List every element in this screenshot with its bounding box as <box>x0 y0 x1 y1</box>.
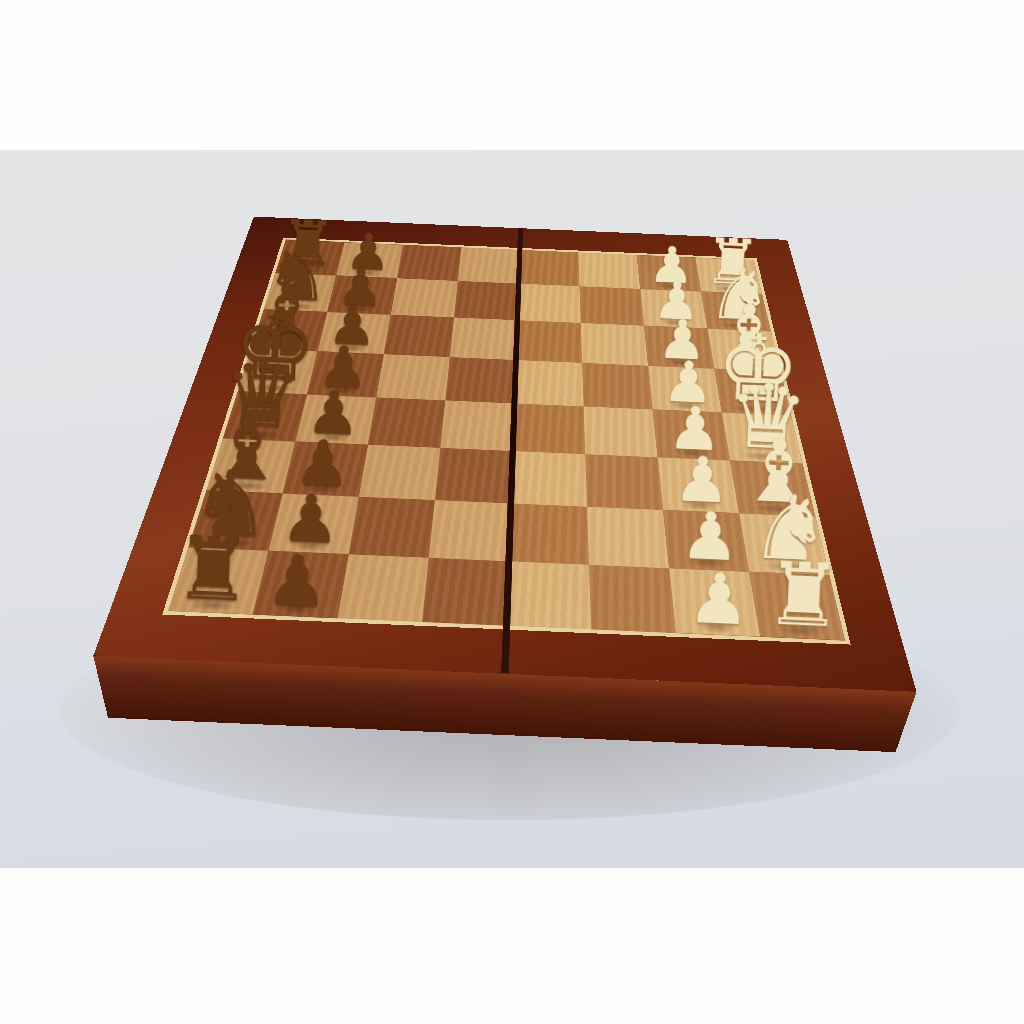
piece-black-bishop-c8[interactable]: ♝ <box>207 406 288 491</box>
square-f2[interactable]: ♟ <box>644 326 714 369</box>
piece-shadow <box>656 282 684 290</box>
square-a4[interactable] <box>507 561 592 629</box>
square-c2[interactable]: ♟ <box>658 457 740 513</box>
piece-white-pawn-e2[interactable]: ♟ <box>662 354 715 410</box>
square-c6[interactable] <box>359 445 441 500</box>
square-f4[interactable] <box>516 320 582 363</box>
piece-shadow <box>690 557 727 570</box>
piece-shadow <box>276 302 317 310</box>
square-g7[interactable]: ♟ <box>327 276 397 315</box>
square-a8[interactable]: ♜ <box>168 547 268 614</box>
square-f3[interactable] <box>581 323 648 366</box>
piece-shadow <box>304 483 340 494</box>
square-b1[interactable]: ♞ <box>739 513 829 575</box>
square-h5[interactable] <box>458 247 520 283</box>
square-e1[interactable]: ♚ <box>714 369 791 416</box>
piece-white-knight-g1[interactable]: ♞ <box>707 260 773 330</box>
piece-black-king-e8[interactable]: ♚ <box>232 301 319 393</box>
piece-shadow <box>264 341 307 350</box>
piece-white-pawn-c2[interactable]: ♟ <box>673 449 731 510</box>
square-a3[interactable] <box>589 565 676 633</box>
piece-shadow <box>661 319 690 327</box>
piece-shadow <box>204 536 256 549</box>
square-h6[interactable] <box>397 245 461 281</box>
square-d2[interactable]: ♟ <box>653 409 730 460</box>
piece-shadow <box>762 560 813 573</box>
square-b4[interactable] <box>509 503 589 564</box>
square-g2[interactable]: ♟ <box>640 289 707 329</box>
square-d5[interactable] <box>440 400 514 451</box>
square-h4[interactable] <box>519 250 580 286</box>
piece-shadow <box>671 401 703 411</box>
piece-white-pawn-h2[interactable]: ♟ <box>648 240 695 289</box>
piece-black-queen-d8[interactable]: ♛ <box>220 352 303 440</box>
square-d8[interactable]: ♛ <box>223 391 307 441</box>
piece-white-pawn-b2[interactable]: ♟ <box>679 504 740 569</box>
square-e2[interactable]: ♟ <box>648 366 722 413</box>
piece-shadow <box>235 429 286 440</box>
piece-shadow <box>316 432 350 442</box>
piece-white-pawn-d2[interactable]: ♟ <box>667 399 722 457</box>
piece-shadow <box>713 285 748 293</box>
piece-shadow <box>665 358 696 367</box>
chess-box: ♜♟♟♜♞♟♟♞♝♟♟♝♚♟♟♚♛♟♟♛♝♟♟♝♞♟♟♞♜♟♟♜ <box>93 217 916 692</box>
piece-black-pawn-c7[interactable]: ♟ <box>293 432 351 493</box>
square-d1[interactable]: ♛ <box>722 412 803 463</box>
piece-white-bishop-f1[interactable]: ♝ <box>713 295 783 369</box>
piece-shadow <box>676 448 710 458</box>
square-h2[interactable]: ♟ <box>637 255 701 292</box>
square-a7[interactable]: ♟ <box>253 551 349 618</box>
square-h3[interactable] <box>578 252 640 289</box>
square-e7[interactable]: ♟ <box>307 351 384 397</box>
piece-shadow <box>697 620 737 634</box>
piece-black-pawn-f7[interactable]: ♟ <box>327 299 378 352</box>
square-g4[interactable] <box>517 284 580 323</box>
square-d6[interactable] <box>368 397 445 447</box>
square-c4[interactable] <box>511 451 587 507</box>
square-g1[interactable]: ♞ <box>701 292 771 332</box>
piece-shadow <box>776 624 826 638</box>
square-g8[interactable]: ♞ <box>264 273 336 312</box>
piece-black-rook-a8[interactable]: ♜ <box>173 526 254 611</box>
board-sheen <box>168 239 845 640</box>
square-e3[interactable] <box>582 363 653 410</box>
camera-tilt: ♜♟♟♜♞♟♟♞♝♟♟♝♚♟♟♚♛♟♟♛♝♟♟♝♞♟♟♞♜♟♟♜ <box>0 0 1024 1024</box>
square-b3[interactable] <box>587 507 669 569</box>
piece-shadow <box>187 598 238 612</box>
piece-white-pawn-a2[interactable]: ♟ <box>687 565 752 633</box>
square-b6[interactable] <box>349 497 435 558</box>
square-f5[interactable] <box>450 317 518 360</box>
piece-shadow <box>353 269 382 276</box>
square-f8[interactable]: ♝ <box>251 309 327 351</box>
piece-black-pawn-d7[interactable]: ♟ <box>306 384 361 442</box>
square-h7[interactable]: ♟ <box>336 242 403 278</box>
square-f1[interactable]: ♝ <box>707 328 780 371</box>
piece-shadow <box>277 602 317 616</box>
square-d7[interactable]: ♟ <box>295 394 376 444</box>
piece-white-bishop-c1[interactable]: ♝ <box>738 429 819 514</box>
square-a6[interactable] <box>337 554 428 622</box>
piece-shadow <box>345 305 375 313</box>
square-b7[interactable]: ♟ <box>269 493 359 554</box>
square-b2[interactable]: ♟ <box>663 510 749 572</box>
square-d3[interactable] <box>584 406 658 457</box>
piece-white-knight-b1[interactable]: ♞ <box>749 484 832 572</box>
piece-white-queen-d1[interactable]: ♛ <box>726 374 809 462</box>
square-f6[interactable] <box>384 315 454 357</box>
piece-white-king-e1[interactable]: ♚ <box>715 322 802 414</box>
square-e6[interactable] <box>376 354 450 400</box>
board-squares: ♜♟♟♜♞♟♟♞♝♟♟♝♚♟♟♚♛♟♟♛♝♟♟♝♞♟♟♞♜♟♟♜ <box>162 238 850 645</box>
piece-shadow <box>729 404 781 414</box>
piece-black-pawn-g7[interactable]: ♟ <box>336 261 385 312</box>
piece-black-rook-h8[interactable]: ♜ <box>278 213 336 274</box>
square-h1[interactable]: ♜ <box>695 257 762 294</box>
piece-shadow <box>291 540 329 552</box>
square-g3[interactable] <box>579 286 644 325</box>
piece-black-pawn-h7[interactable]: ♟ <box>345 227 392 276</box>
piece-shadow <box>326 386 359 395</box>
square-e4[interactable] <box>514 360 583 406</box>
square-e5[interactable] <box>445 357 516 403</box>
piece-black-knight-b8[interactable]: ♞ <box>189 460 272 548</box>
box-front-face <box>93 656 916 752</box>
square-h8[interactable]: ♜ <box>275 240 344 276</box>
square-c1[interactable]: ♝ <box>730 461 815 517</box>
piece-shadow <box>740 451 790 462</box>
piece-white-rook-a1[interactable]: ♜ <box>763 552 844 637</box>
piece-white-pawn-g2[interactable]: ♟ <box>652 275 701 326</box>
piece-shadow <box>289 267 325 275</box>
square-g5[interactable] <box>454 281 519 320</box>
square-c8[interactable]: ♝ <box>207 438 296 493</box>
box-left-face <box>93 217 259 718</box>
square-b8[interactable]: ♞ <box>188 490 282 551</box>
piece-shadow <box>247 383 300 393</box>
piece-shadow <box>221 480 271 492</box>
piece-shadow <box>751 503 800 515</box>
box-right-face <box>777 240 916 752</box>
square-c7[interactable]: ♟ <box>283 442 368 497</box>
square-d4[interactable] <box>513 403 585 454</box>
square-g6[interactable] <box>391 278 458 317</box>
square-f7[interactable]: ♟ <box>318 312 391 354</box>
perspective-stage: ♜♟♟♜♞♟♟♞♝♟♟♝♚♟♟♚♛♟♟♛♝♟♟♝♞♟♟♞♜♟♟♜ <box>0 0 1024 1024</box>
piece-shadow <box>725 361 768 370</box>
square-c5[interactable] <box>435 448 513 504</box>
square-e8[interactable]: ♚ <box>238 348 318 394</box>
fold-seam <box>501 228 523 674</box>
piece-black-knight-g8[interactable]: ♞ <box>265 241 331 311</box>
square-c3[interactable] <box>585 454 663 510</box>
piece-white-rook-h1[interactable]: ♜ <box>703 231 761 292</box>
piece-black-pawn-a7[interactable]: ♟ <box>265 546 330 614</box>
piece-shadow <box>683 500 718 511</box>
photo-scene: ♜♟♟♜♞♟♟♞♝♟♟♝♚♟♟♚♛♟♟♛♝♟♟♝♞♟♟♞♜♟♟♜ <box>0 0 1024 1024</box>
piece-shadow <box>718 321 758 330</box>
piece-shadow <box>336 344 367 353</box>
piece-black-pawn-b7[interactable]: ♟ <box>280 486 341 551</box>
square-a5[interactable] <box>422 558 509 626</box>
piece-black-pawn-e7[interactable]: ♟ <box>317 339 370 395</box>
square-a2[interactable]: ♟ <box>669 568 760 636</box>
square-b5[interactable] <box>429 500 511 561</box>
square-a1[interactable]: ♜ <box>749 572 845 641</box>
piece-black-bishop-f8[interactable]: ♝ <box>251 275 321 349</box>
piece-white-pawn-f2[interactable]: ♟ <box>657 313 708 366</box>
